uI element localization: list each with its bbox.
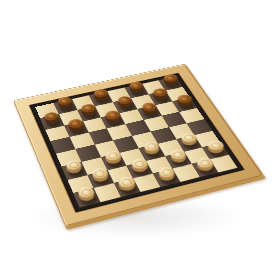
checker-piece-light[interactable] [76,190,96,204]
piece-top-layer [127,80,145,90]
piece-side-layer [79,105,97,116]
piece-top-layer [56,95,73,106]
piece-side-layer [66,120,84,132]
board-square[interactable] [130,94,154,109]
piece-shadow-layer [91,92,113,106]
board-square[interactable] [124,83,148,97]
board-square[interactable] [191,159,218,177]
checker-piece-light[interactable] [117,180,137,194]
piece-top-layer [115,94,133,105]
board-square[interactable] [137,104,162,119]
checker-piece-light[interactable] [142,145,161,158]
product-photo-scene [0,0,275,275]
board-square[interactable] [35,103,58,118]
piece-shadow-layer [126,85,148,99]
board-square[interactable] [125,120,150,136]
piece-top-layer [66,117,84,129]
checker-piece-light[interactable] [103,154,122,167]
board-square[interactable] [40,114,64,130]
checker-piece-dark[interactable] [161,78,179,88]
checker-piece-dark[interactable] [116,100,134,111]
checker-piece-light[interactable] [168,153,188,166]
board-inner-border [29,73,244,212]
checker-piece-dark[interactable] [43,115,61,127]
checker-piece-dark[interactable] [92,93,109,104]
piece-shadow-layer [66,122,89,137]
piece-top-layer [151,87,169,98]
piece-side-layer [175,96,193,107]
piece-shadow-layer [150,91,173,105]
checker-piece-light[interactable] [179,137,198,149]
board-square[interactable] [112,98,136,113]
board-grid [35,76,237,207]
piece-shadow-layer [139,106,162,120]
piece-side-layer [56,98,73,109]
board-square[interactable] [53,99,77,114]
board-square[interactable] [202,142,229,159]
piece-top-layer [175,93,193,104]
board-square[interactable] [141,80,165,94]
piece-top-layer [92,88,110,99]
piece-top-layer [140,101,158,112]
checker-piece-dark[interactable] [56,100,73,111]
board-square[interactable] [76,105,100,120]
checker-piece-light[interactable] [64,164,83,177]
board-square[interactable] [119,108,144,123]
board-square[interactable] [172,97,197,112]
board-square[interactable] [154,101,179,116]
piece-side-layer [162,75,180,85]
checker-piece-light[interactable] [129,162,149,175]
board-square[interactable] [148,90,172,105]
board-square[interactable] [107,87,131,101]
checker-piece-dark[interactable] [80,107,98,118]
piece-shadow-layer [55,100,77,114]
piece-shadow-layer [42,115,65,130]
checker-piece-dark[interactable] [127,85,145,96]
piece-shadow-layer [115,99,138,113]
board-square[interactable] [82,117,106,133]
piece-top-layer [103,109,121,120]
checker-piece-light[interactable] [90,172,110,185]
board-square[interactable] [161,111,186,126]
piece-top-layer [162,73,180,83]
piece-side-layer [92,90,110,101]
checker-piece-dark[interactable] [140,106,158,117]
board-square[interactable] [143,116,168,132]
checker-piece-light[interactable] [205,144,225,157]
piece-side-layer [116,97,134,108]
board-square[interactable] [58,109,82,124]
checker-piece-dark[interactable] [67,123,85,135]
piece-side-layer [127,83,145,94]
board-square[interactable] [95,102,119,117]
piece-shadow-layer [174,98,197,112]
piece-shadow-layer [79,107,102,121]
board-square[interactable] [63,121,87,137]
checker-piece-dark[interactable] [175,99,193,110]
checker-piece-light[interactable] [156,171,176,184]
piece-top-layer [79,102,97,113]
piece-side-layer [104,112,122,123]
piece-shadow-layer [161,77,184,90]
board-square[interactable] [100,112,125,128]
checker-piece-light[interactable] [194,161,214,174]
board-square[interactable] [179,107,204,122]
board-square[interactable] [158,76,182,90]
piece-side-layer [151,89,169,100]
board-square[interactable] [88,128,113,144]
checker-piece-dark[interactable] [151,92,169,103]
board-square[interactable] [71,95,95,110]
piece-top-layer [42,110,60,121]
checker-piece-dark[interactable] [104,114,122,125]
board-square[interactable] [89,91,113,106]
piece-shadow-layer [103,114,126,129]
piece-side-layer [140,104,158,115]
piece-side-layer [42,113,60,125]
board-square[interactable] [165,86,189,100]
